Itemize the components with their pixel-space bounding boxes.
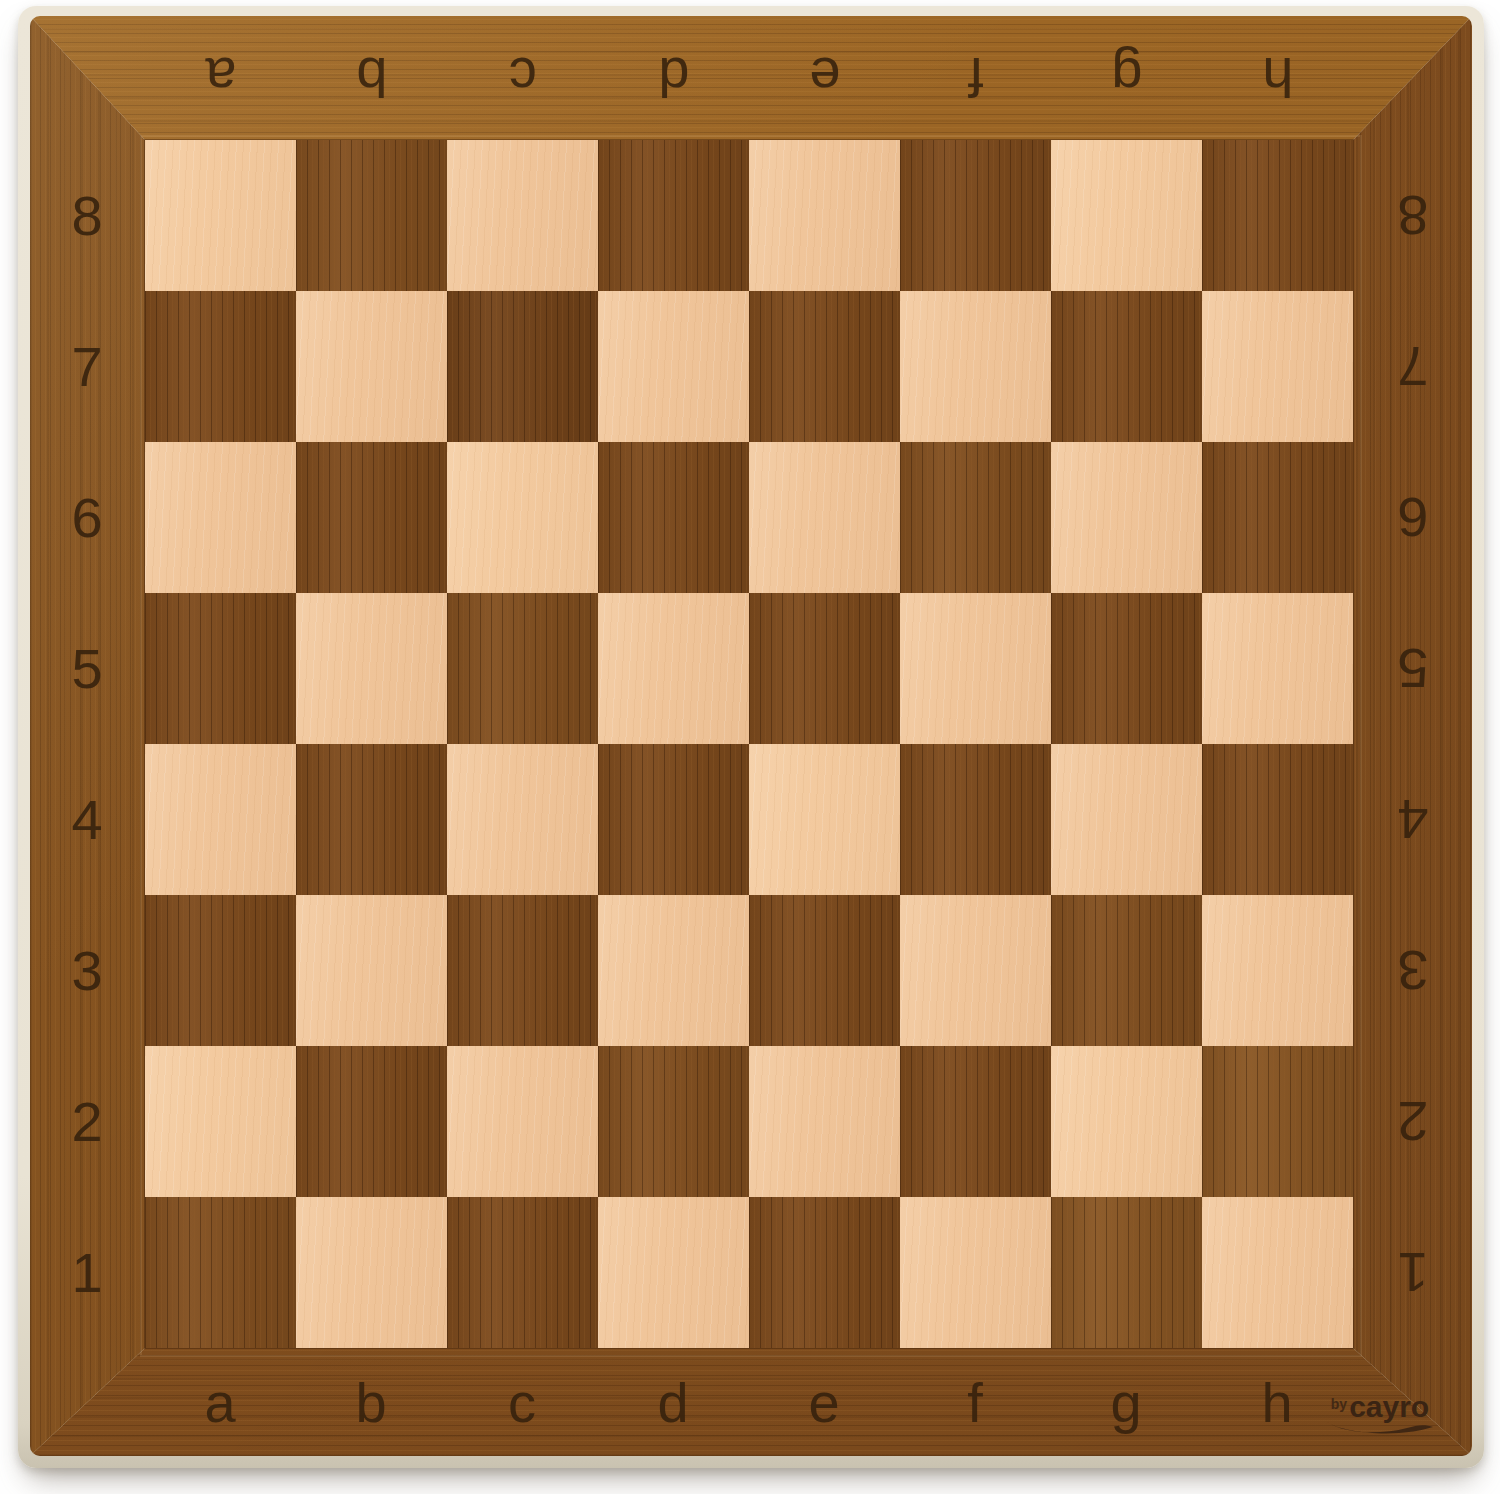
square-e3[interactable] (749, 895, 900, 1046)
brand-logo: by cayro (1310, 1390, 1450, 1448)
square-h7[interactable] (1202, 291, 1353, 442)
square-a3[interactable] (145, 895, 296, 1046)
square-e1[interactable] (749, 1197, 900, 1348)
square-h6[interactable] (1202, 442, 1353, 593)
square-e5[interactable] (749, 593, 900, 744)
square-f1[interactable] (900, 1197, 1051, 1348)
square-g2[interactable] (1051, 1046, 1202, 1197)
square-c2[interactable] (447, 1046, 598, 1197)
square-g7[interactable] (1051, 291, 1202, 442)
chess-grid (145, 140, 1353, 1348)
square-c4[interactable] (447, 744, 598, 895)
square-c1[interactable] (447, 1197, 598, 1348)
square-g6[interactable] (1051, 442, 1202, 593)
square-d1[interactable] (598, 1197, 749, 1348)
square-b4[interactable] (296, 744, 447, 895)
square-a2[interactable] (145, 1046, 296, 1197)
square-c8[interactable] (447, 140, 598, 291)
square-a1[interactable] (145, 1197, 296, 1348)
square-d8[interactable] (598, 140, 749, 291)
square-b1[interactable] (296, 1197, 447, 1348)
square-b6[interactable] (296, 442, 447, 593)
square-a7[interactable] (145, 291, 296, 442)
square-c3[interactable] (447, 895, 598, 1046)
square-g5[interactable] (1051, 593, 1202, 744)
square-f8[interactable] (900, 140, 1051, 291)
square-c6[interactable] (447, 442, 598, 593)
square-f6[interactable] (900, 442, 1051, 593)
square-f2[interactable] (900, 1046, 1051, 1197)
square-b3[interactable] (296, 895, 447, 1046)
square-h5[interactable] (1202, 593, 1353, 744)
square-b2[interactable] (296, 1046, 447, 1197)
square-f5[interactable] (900, 593, 1051, 744)
square-d3[interactable] (598, 895, 749, 1046)
chessboard-photo: abcdefgh abcdefgh 87654321 87654321 by c… (0, 0, 1500, 1494)
square-h3[interactable] (1202, 895, 1353, 1046)
square-a8[interactable] (145, 140, 296, 291)
square-g1[interactable] (1051, 1197, 1202, 1348)
square-d4[interactable] (598, 744, 749, 895)
square-b8[interactable] (296, 140, 447, 291)
square-c7[interactable] (447, 291, 598, 442)
square-b5[interactable] (296, 593, 447, 744)
square-g4[interactable] (1051, 744, 1202, 895)
square-e8[interactable] (749, 140, 900, 291)
square-e7[interactable] (749, 291, 900, 442)
square-e4[interactable] (749, 744, 900, 895)
brand-name: cayro (1349, 1390, 1429, 1424)
square-g8[interactable] (1051, 140, 1202, 291)
square-a5[interactable] (145, 593, 296, 744)
square-h4[interactable] (1202, 744, 1353, 895)
square-d6[interactable] (598, 442, 749, 593)
square-f4[interactable] (900, 744, 1051, 895)
square-f7[interactable] (900, 291, 1051, 442)
square-a4[interactable] (145, 744, 296, 895)
square-e6[interactable] (749, 442, 900, 593)
square-b7[interactable] (296, 291, 447, 442)
square-h1[interactable] (1202, 1197, 1353, 1348)
square-g3[interactable] (1051, 895, 1202, 1046)
square-c5[interactable] (447, 593, 598, 744)
square-f3[interactable] (900, 895, 1051, 1046)
square-d5[interactable] (598, 593, 749, 744)
square-d2[interactable] (598, 1046, 749, 1197)
square-h8[interactable] (1202, 140, 1353, 291)
square-h2[interactable] (1202, 1046, 1353, 1197)
square-a6[interactable] (145, 442, 296, 593)
brand-prefix: by (1331, 1396, 1347, 1412)
square-e2[interactable] (749, 1046, 900, 1197)
square-d7[interactable] (598, 291, 749, 442)
